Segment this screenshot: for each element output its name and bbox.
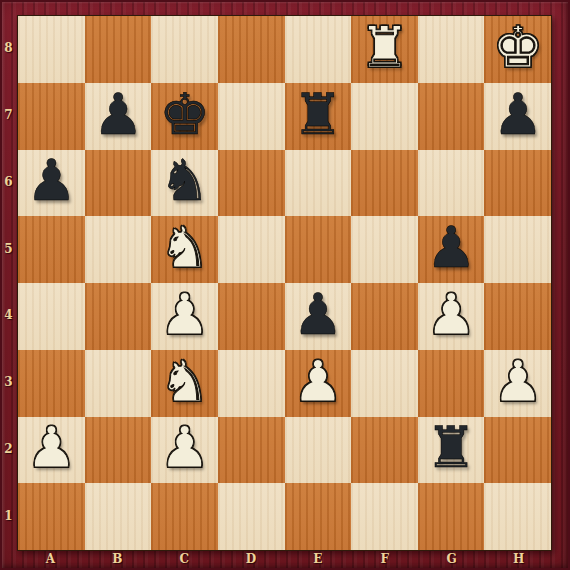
square-g7[interactable] — [418, 83, 485, 150]
square-f5[interactable] — [351, 216, 418, 283]
piece-white-pawn-c4[interactable]: ♟ — [159, 286, 210, 343]
square-b6[interactable] — [85, 150, 152, 217]
piece-white-pawn-h3[interactable]: ♟ — [492, 353, 543, 410]
chess-board: ♜♚♟♚♜♟♟♞♞♟♟♟♟♞♟♟♟♟♜ — [17, 15, 552, 551]
square-b2[interactable] — [85, 417, 152, 484]
square-d1[interactable] — [218, 483, 285, 550]
square-f7[interactable] — [351, 83, 418, 150]
square-c1[interactable] — [151, 483, 218, 550]
piece-black-knight-c6[interactable]: ♞ — [159, 152, 210, 209]
square-a8[interactable] — [18, 16, 85, 83]
square-h5[interactable] — [484, 216, 551, 283]
square-g2[interactable]: ♜ — [418, 417, 485, 484]
square-f4[interactable] — [351, 283, 418, 350]
piece-black-pawn-e4[interactable]: ♟ — [292, 286, 343, 343]
square-b1[interactable] — [85, 483, 152, 550]
square-h4[interactable] — [484, 283, 551, 350]
piece-white-pawn-a2[interactable]: ♟ — [26, 419, 77, 476]
square-h6[interactable] — [484, 150, 551, 217]
square-g1[interactable] — [418, 483, 485, 550]
square-e4[interactable]: ♟ — [285, 283, 352, 350]
square-a3[interactable] — [18, 350, 85, 417]
square-h1[interactable] — [484, 483, 551, 550]
square-g8[interactable] — [418, 16, 485, 83]
square-a1[interactable] — [18, 483, 85, 550]
square-e3[interactable]: ♟ — [285, 350, 352, 417]
square-e7[interactable]: ♜ — [285, 83, 352, 150]
square-c8[interactable] — [151, 16, 218, 83]
piece-white-knight-c3[interactable]: ♞ — [159, 353, 210, 410]
square-e2[interactable] — [285, 417, 352, 484]
square-b5[interactable] — [85, 216, 152, 283]
piece-black-pawn-a6[interactable]: ♟ — [26, 152, 77, 209]
square-e5[interactable] — [285, 216, 352, 283]
square-b3[interactable] — [85, 350, 152, 417]
piece-white-pawn-e3[interactable]: ♟ — [292, 353, 343, 410]
square-a7[interactable] — [18, 83, 85, 150]
square-f1[interactable] — [351, 483, 418, 550]
square-a4[interactable] — [18, 283, 85, 350]
piece-white-pawn-c2[interactable]: ♟ — [159, 419, 210, 476]
square-c4[interactable]: ♟ — [151, 283, 218, 350]
piece-black-king-c7[interactable]: ♚ — [159, 86, 210, 143]
square-a2[interactable]: ♟ — [18, 417, 85, 484]
piece-black-rook-g2[interactable]: ♜ — [426, 419, 477, 476]
square-c2[interactable]: ♟ — [151, 417, 218, 484]
square-d5[interactable] — [218, 216, 285, 283]
square-f6[interactable] — [351, 150, 418, 217]
piece-black-pawn-b7[interactable]: ♟ — [92, 86, 143, 143]
square-h7[interactable]: ♟ — [484, 83, 551, 150]
piece-black-rook-e7[interactable]: ♜ — [292, 86, 343, 143]
square-e1[interactable] — [285, 483, 352, 550]
square-b4[interactable] — [85, 283, 152, 350]
square-c3[interactable]: ♞ — [151, 350, 218, 417]
square-c7[interactable]: ♚ — [151, 83, 218, 150]
square-f3[interactable] — [351, 350, 418, 417]
square-d2[interactable] — [218, 417, 285, 484]
piece-black-pawn-h7[interactable]: ♟ — [492, 86, 543, 143]
square-d7[interactable] — [218, 83, 285, 150]
square-a5[interactable] — [18, 216, 85, 283]
square-b7[interactable]: ♟ — [85, 83, 152, 150]
square-d8[interactable] — [218, 16, 285, 83]
square-g6[interactable] — [418, 150, 485, 217]
square-a6[interactable]: ♟ — [18, 150, 85, 217]
square-h2[interactable] — [484, 417, 551, 484]
square-f2[interactable] — [351, 417, 418, 484]
chessboard-window: ♜♚♟♚♜♟♟♞♞♟♟♟♟♞♟♟♟♟♜ 87654321 ABCDEFGH — [0, 0, 570, 570]
square-f8[interactable]: ♜ — [351, 16, 418, 83]
square-d6[interactable] — [218, 150, 285, 217]
square-d4[interactable] — [218, 283, 285, 350]
piece-white-rook-f8[interactable]: ♜ — [359, 19, 410, 76]
piece-white-knight-c5[interactable]: ♞ — [159, 219, 210, 276]
square-d3[interactable] — [218, 350, 285, 417]
square-h3[interactable]: ♟ — [484, 350, 551, 417]
piece-white-king-h8[interactable]: ♚ — [492, 19, 543, 76]
square-g4[interactable]: ♟ — [418, 283, 485, 350]
square-h8[interactable]: ♚ — [484, 16, 551, 83]
square-c6[interactable]: ♞ — [151, 150, 218, 217]
square-g5[interactable]: ♟ — [418, 216, 485, 283]
square-c5[interactable]: ♞ — [151, 216, 218, 283]
square-b8[interactable] — [85, 16, 152, 83]
square-g3[interactable] — [418, 350, 485, 417]
piece-black-pawn-g5[interactable]: ♟ — [426, 219, 477, 276]
square-e8[interactable] — [285, 16, 352, 83]
square-e6[interactable] — [285, 150, 352, 217]
piece-white-pawn-g4[interactable]: ♟ — [426, 286, 477, 343]
